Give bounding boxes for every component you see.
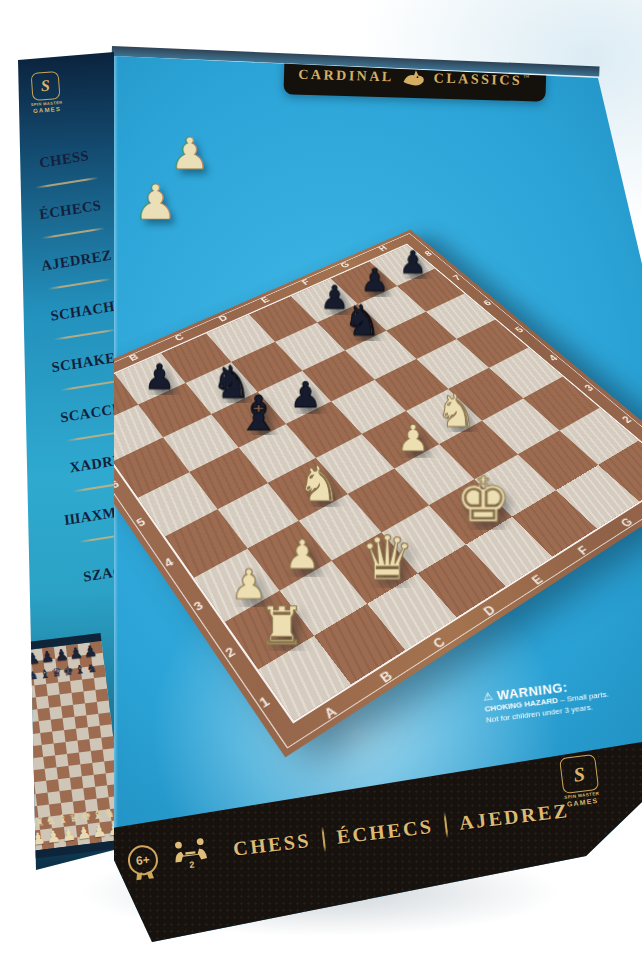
box-title-words: CHESSÉCHECSAJEDREZ [232,798,571,863]
spinmaster-logo-small: S SPIN MASTER GAMES [29,71,64,114]
language-label: SCHACH [50,298,116,325]
box-front-panel: CARDINAL CLASSICS™ ♟♟ ABCDEFGH8♟♟♟♟87♞♞7… [112,44,642,950]
language-label: AJEDREZ [40,247,112,275]
two-players-icon: 2 [169,837,212,872]
box-side-panel: S SPIN MASTER GAMES CHESSÉCHECSAJEDREZSC… [10,46,114,874]
trademark: ™ [523,74,532,80]
side-box-photo: ♟♟♟♟♟♟ ♜♞♝♛♚♝♞ ♜♞♝♛♚♝♞ ♟♟♟♟♟♟ [5,633,127,859]
players-count: 2 [189,860,195,870]
captured-white-pawn: ♟ [134,174,177,230]
language-label: ÉCHECS [38,197,102,224]
board-grid: ABCDEFGH8♟♟♟♟87♞♞76♝♟6554♞♟♞43♟♟32♜♛♚211… [38,230,642,758]
age-rating-badge: 6+ [126,843,159,876]
chess-board: ABCDEFGH8♟♟♟♟87♞♞76♝♟6554♞♟♞43♟♟32♜♛♚211… [38,230,642,758]
captured-white-pawns: ♟♟ [130,128,220,258]
language-divider [48,278,111,290]
captured-white-pawn: ♟ [170,128,209,179]
spinmaster-s-icon: S [559,754,599,794]
language-divider [54,329,117,341]
spinmaster-games-label: GAMES [33,106,61,114]
white-queen: ♛ [356,528,418,589]
spinmaster-s-icon: S [30,71,60,101]
white-pawn: ♟ [271,535,333,575]
black-pawn: ♟ [279,378,333,413]
white-king: ♚ [453,469,512,532]
rank-label: 2 [600,399,642,441]
banner-cardinal: CARDINAL [298,67,394,86]
language-divider [35,177,98,189]
box-title-échecs: ÉCHECS [335,815,434,849]
white-knight: ♞ [290,459,348,508]
title-divider [444,812,449,838]
language-divider [41,227,104,239]
box-title-ajedrez: AJEDREZ [458,799,571,835]
warning-triangle-icon: ⚠ [483,691,494,703]
white-rook: ♜ [249,600,315,652]
choking-warning: ⚠ WARNING: CHOKING HAZARD – Small parts.… [482,670,642,726]
box-photo: S SPIN MASTER GAMES CHESSÉCHECSAJEDREZSC… [0,0,642,954]
language-label: CHESS [38,147,90,172]
black-bishop: ♝ [231,389,286,437]
black-knight: ♞ [337,300,387,342]
white-pawn: ♟ [385,420,441,457]
title-divider [321,826,326,852]
banner-classics: CLASSICS™ [434,71,532,90]
box-title-chess: CHESS [232,829,312,861]
black-pawn: ♟ [133,360,186,395]
cardinal-bird-icon [400,68,427,89]
